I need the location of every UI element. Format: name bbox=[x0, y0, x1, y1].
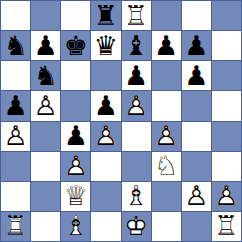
black-pawn[interactable]: ♟ bbox=[182, 61, 211, 90]
black-rook[interactable]: ♜ bbox=[91, 1, 120, 30]
square-e8[interactable]: ♜♖ bbox=[122, 1, 151, 30]
black-pawn[interactable]: ♟ bbox=[1, 91, 30, 120]
square-g3[interactable] bbox=[182, 152, 211, 181]
black-pawn[interactable]: ♟ bbox=[31, 31, 60, 60]
black-rook-glyph: ♜ bbox=[94, 2, 118, 29]
white-bishop[interactable]: ♝♗ bbox=[61, 212, 90, 241]
black-queen[interactable]: ♛ bbox=[91, 31, 120, 60]
square-a6[interactable] bbox=[1, 61, 30, 90]
square-f1[interactable] bbox=[152, 212, 181, 241]
white-pawn-outline: ♙ bbox=[124, 92, 148, 119]
white-pawn-outline: ♙ bbox=[94, 122, 118, 149]
white-bishop-outline: ♗ bbox=[124, 182, 148, 209]
white-pawn[interactable]: ♟♙ bbox=[1, 122, 30, 151]
black-pawn-glyph: ♟ bbox=[34, 32, 58, 59]
square-d1[interactable] bbox=[91, 212, 120, 241]
white-pawn-outline: ♙ bbox=[34, 92, 58, 119]
square-a4[interactable]: ♟♙ bbox=[1, 122, 30, 151]
square-c6[interactable] bbox=[61, 61, 90, 90]
square-a2[interactable] bbox=[1, 182, 30, 211]
square-b2[interactable] bbox=[31, 182, 60, 211]
white-pawn-outline: ♙ bbox=[154, 122, 178, 149]
square-b6[interactable]: ♞ bbox=[31, 61, 60, 90]
square-e6[interactable]: ♟ bbox=[122, 61, 151, 90]
square-d5[interactable]: ♟ bbox=[91, 91, 120, 120]
white-pawn[interactable]: ♟♙ bbox=[212, 182, 241, 211]
black-pawn-glyph: ♟ bbox=[184, 62, 208, 89]
white-queen[interactable]: ♛♕ bbox=[61, 182, 90, 211]
square-g2[interactable]: ♟♙ bbox=[182, 182, 211, 211]
square-e3[interactable] bbox=[122, 152, 151, 181]
white-knight-outline: ♘ bbox=[154, 152, 178, 179]
white-pawn[interactable]: ♟♙ bbox=[152, 122, 181, 151]
square-e7[interactable]: ♝ bbox=[122, 31, 151, 60]
white-rook-outline: ♖ bbox=[124, 2, 148, 29]
square-g5[interactable] bbox=[182, 91, 211, 120]
square-f3[interactable]: ♞♘ bbox=[152, 152, 181, 181]
black-queen-glyph: ♛ bbox=[94, 32, 118, 59]
black-pawn[interactable]: ♟ bbox=[182, 31, 211, 60]
square-g6[interactable]: ♟ bbox=[182, 61, 211, 90]
white-rook[interactable]: ♜♖ bbox=[212, 212, 241, 241]
black-knight[interactable]: ♞ bbox=[31, 61, 60, 90]
black-knight-glyph: ♞ bbox=[34, 62, 58, 89]
white-pawn[interactable]: ♟♙ bbox=[31, 91, 60, 120]
square-e1[interactable]: ♚♔ bbox=[122, 212, 151, 241]
square-e5[interactable]: ♟♙ bbox=[122, 91, 151, 120]
white-pawn[interactable]: ♟♙ bbox=[91, 122, 120, 151]
square-a1[interactable]: ♜♖ bbox=[1, 212, 30, 241]
square-f4[interactable]: ♟♙ bbox=[152, 122, 181, 151]
black-pawn-glyph: ♟ bbox=[3, 92, 27, 119]
square-d7[interactable]: ♛ bbox=[91, 31, 120, 60]
white-rook[interactable]: ♜♖ bbox=[122, 1, 151, 30]
white-rook-outline: ♖ bbox=[3, 212, 27, 239]
black-pawn[interactable]: ♟ bbox=[122, 61, 151, 90]
white-bishop-outline: ♗ bbox=[64, 212, 88, 239]
square-h1[interactable]: ♜♖ bbox=[212, 212, 241, 241]
white-rook-outline: ♖ bbox=[214, 212, 238, 239]
black-pawn[interactable]: ♟ bbox=[91, 91, 120, 120]
white-pawn[interactable]: ♟♙ bbox=[122, 91, 151, 120]
black-bishop[interactable]: ♝ bbox=[122, 31, 151, 60]
square-f8[interactable] bbox=[152, 1, 181, 30]
square-c1[interactable]: ♝♗ bbox=[61, 212, 90, 241]
black-knight[interactable]: ♞ bbox=[1, 31, 30, 60]
white-king[interactable]: ♚♔ bbox=[122, 212, 151, 241]
square-c3[interactable]: ♟♙ bbox=[61, 152, 90, 181]
white-rook[interactable]: ♜♖ bbox=[1, 212, 30, 241]
square-b1[interactable] bbox=[31, 212, 60, 241]
square-g7[interactable]: ♟ bbox=[182, 31, 211, 60]
square-b5[interactable]: ♟♙ bbox=[31, 91, 60, 120]
black-knight-glyph: ♞ bbox=[3, 32, 27, 59]
square-c2[interactable]: ♛♕ bbox=[61, 182, 90, 211]
black-pawn[interactable]: ♟ bbox=[61, 122, 90, 151]
black-pawn-glyph: ♟ bbox=[64, 122, 88, 149]
white-bishop[interactable]: ♝♗ bbox=[122, 182, 151, 211]
white-pawn-outline: ♙ bbox=[64, 152, 88, 179]
square-c8[interactable] bbox=[61, 1, 90, 30]
black-bishop-glyph: ♝ bbox=[124, 32, 148, 59]
square-h7[interactable] bbox=[212, 31, 241, 60]
square-g4[interactable] bbox=[182, 122, 211, 151]
square-d8[interactable]: ♜ bbox=[91, 1, 120, 30]
square-g1[interactable] bbox=[182, 212, 211, 241]
black-king-glyph: ♚ bbox=[64, 32, 88, 59]
square-d3[interactable] bbox=[91, 152, 120, 181]
white-knight[interactable]: ♞♘ bbox=[152, 152, 181, 181]
white-pawn-outline: ♙ bbox=[214, 182, 238, 209]
square-e4[interactable] bbox=[122, 122, 151, 151]
square-a3[interactable] bbox=[1, 152, 30, 181]
square-d4[interactable]: ♟♙ bbox=[91, 122, 120, 151]
black-pawn-glyph: ♟ bbox=[94, 92, 118, 119]
white-pawn[interactable]: ♟♙ bbox=[182, 182, 211, 211]
black-pawn[interactable]: ♟ bbox=[152, 31, 181, 60]
square-h2[interactable]: ♟♙ bbox=[212, 182, 241, 211]
white-pawn-outline: ♙ bbox=[3, 122, 27, 149]
black-king[interactable]: ♚ bbox=[61, 31, 90, 60]
white-pawn[interactable]: ♟♙ bbox=[61, 152, 90, 181]
square-b4[interactable] bbox=[31, 122, 60, 151]
white-pawn-outline: ♙ bbox=[184, 182, 208, 209]
square-b3[interactable] bbox=[31, 152, 60, 181]
white-king-outline: ♔ bbox=[124, 212, 148, 239]
square-f6[interactable] bbox=[152, 61, 181, 90]
square-h5[interactable] bbox=[212, 91, 241, 120]
square-g8[interactable] bbox=[182, 1, 211, 30]
square-e2[interactable]: ♝♗ bbox=[122, 182, 151, 211]
square-a5[interactable]: ♟ bbox=[1, 91, 30, 120]
black-pawn-glyph: ♟ bbox=[124, 62, 148, 89]
square-b8[interactable] bbox=[31, 1, 60, 30]
square-a7[interactable]: ♞ bbox=[1, 31, 30, 60]
black-pawn-glyph: ♟ bbox=[154, 32, 178, 59]
square-h8[interactable] bbox=[212, 1, 241, 30]
square-f5[interactable] bbox=[152, 91, 181, 120]
square-a8[interactable] bbox=[1, 1, 30, 30]
square-h4[interactable] bbox=[212, 122, 241, 151]
white-queen-outline: ♕ bbox=[64, 182, 88, 209]
chessboard: ♜♜♖♞♟♚♛♝♟♟♞♟♟♟♟♙♟♟♙♟♙♟♟♙♟♙♟♙♞♘♛♕♝♗♟♙♟♙♜♖… bbox=[0, 0, 242, 242]
square-c7[interactable]: ♚ bbox=[61, 31, 90, 60]
square-h6[interactable] bbox=[212, 61, 241, 90]
square-c4[interactable]: ♟ bbox=[61, 122, 90, 151]
square-c5[interactable] bbox=[61, 91, 90, 120]
square-d6[interactable] bbox=[91, 61, 120, 90]
square-b7[interactable]: ♟ bbox=[31, 31, 60, 60]
square-f2[interactable] bbox=[152, 182, 181, 211]
square-d2[interactable] bbox=[91, 182, 120, 211]
black-pawn-glyph: ♟ bbox=[184, 32, 208, 59]
square-h3[interactable] bbox=[212, 152, 241, 181]
square-f7[interactable]: ♟ bbox=[152, 31, 181, 60]
